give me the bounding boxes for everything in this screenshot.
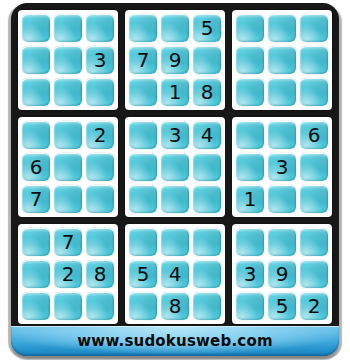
cell-r5c6[interactable] bbox=[193, 153, 221, 181]
cell-r4c8[interactable] bbox=[268, 121, 296, 149]
box-3 bbox=[232, 10, 332, 110]
sudoku-board: 357918267346317285483952 www.sudokusweb.… bbox=[11, 3, 339, 356]
cell-r2c3[interactable]: 3 bbox=[86, 46, 114, 74]
box-5: 34 bbox=[125, 117, 225, 217]
cell-r3c4[interactable] bbox=[129, 78, 157, 106]
box-2: 57918 bbox=[125, 10, 225, 110]
cell-r3c9[interactable] bbox=[300, 78, 328, 106]
cell-r9c2[interactable] bbox=[54, 292, 82, 320]
cell-r4c2[interactable] bbox=[54, 121, 82, 149]
cell-r3c3[interactable] bbox=[86, 78, 114, 106]
cell-r5c5[interactable] bbox=[161, 153, 189, 181]
cell-r8c4[interactable]: 5 bbox=[129, 260, 157, 288]
cell-r7c2[interactable]: 7 bbox=[54, 228, 82, 256]
cell-r3c2[interactable] bbox=[54, 78, 82, 106]
cell-r3c1[interactable] bbox=[22, 78, 50, 106]
cell-r4c6[interactable]: 4 bbox=[193, 121, 221, 149]
cell-r1c3[interactable] bbox=[86, 14, 114, 42]
cell-r5c8[interactable]: 3 bbox=[268, 153, 296, 181]
cell-r2c4[interactable]: 7 bbox=[129, 46, 157, 74]
cell-r1c6[interactable]: 5 bbox=[193, 14, 221, 42]
cell-r6c9[interactable] bbox=[300, 185, 328, 213]
cell-r7c4[interactable] bbox=[129, 228, 157, 256]
cell-r1c4[interactable] bbox=[129, 14, 157, 42]
cell-r1c5[interactable] bbox=[161, 14, 189, 42]
cell-r5c7[interactable] bbox=[236, 153, 264, 181]
cell-r1c1[interactable] bbox=[22, 14, 50, 42]
cell-r8c3[interactable]: 8 bbox=[86, 260, 114, 288]
cell-r4c7[interactable] bbox=[236, 121, 264, 149]
cell-r2c7[interactable] bbox=[236, 46, 264, 74]
box-4: 267 bbox=[18, 117, 118, 217]
cell-r6c1[interactable]: 7 bbox=[22, 185, 50, 213]
cell-r6c5[interactable] bbox=[161, 185, 189, 213]
cell-r9c7[interactable] bbox=[236, 292, 264, 320]
box-7: 728 bbox=[18, 224, 118, 324]
website-link[interactable]: www.sudokusweb.com bbox=[77, 332, 272, 350]
cell-r2c8[interactable] bbox=[268, 46, 296, 74]
cell-r1c2[interactable] bbox=[54, 14, 82, 42]
cell-r7c6[interactable] bbox=[193, 228, 221, 256]
sudoku-grid: 357918267346317285483952 bbox=[18, 10, 332, 324]
cell-r7c1[interactable] bbox=[22, 228, 50, 256]
box-1: 3 bbox=[18, 10, 118, 110]
cell-r8c7[interactable]: 3 bbox=[236, 260, 264, 288]
cell-r9c1[interactable] bbox=[22, 292, 50, 320]
cell-r8c9[interactable] bbox=[300, 260, 328, 288]
cell-r1c8[interactable] bbox=[268, 14, 296, 42]
cell-r7c5[interactable] bbox=[161, 228, 189, 256]
cell-r7c8[interactable] bbox=[268, 228, 296, 256]
cell-r9c5[interactable]: 8 bbox=[161, 292, 189, 320]
cell-r6c4[interactable] bbox=[129, 185, 157, 213]
cell-r6c2[interactable] bbox=[54, 185, 82, 213]
cell-r4c5[interactable]: 3 bbox=[161, 121, 189, 149]
cell-r6c3[interactable] bbox=[86, 185, 114, 213]
cell-r5c1[interactable]: 6 bbox=[22, 153, 50, 181]
cell-r2c9[interactable] bbox=[300, 46, 328, 74]
cell-r2c2[interactable] bbox=[54, 46, 82, 74]
cell-r7c9[interactable] bbox=[300, 228, 328, 256]
cell-r9c6[interactable] bbox=[193, 292, 221, 320]
footer-banner: www.sudokusweb.com bbox=[11, 326, 339, 356]
cell-r9c4[interactable] bbox=[129, 292, 157, 320]
cell-r4c3[interactable]: 2 bbox=[86, 121, 114, 149]
cell-r1c7[interactable] bbox=[236, 14, 264, 42]
box-9: 3952 bbox=[232, 224, 332, 324]
cell-r4c1[interactable] bbox=[22, 121, 50, 149]
box-8: 548 bbox=[125, 224, 225, 324]
cell-r2c1[interactable] bbox=[22, 46, 50, 74]
cell-r8c5[interactable]: 4 bbox=[161, 260, 189, 288]
cell-r9c9[interactable]: 2 bbox=[300, 292, 328, 320]
cell-r9c8[interactable]: 5 bbox=[268, 292, 296, 320]
cell-r2c6[interactable] bbox=[193, 46, 221, 74]
cell-r1c9[interactable] bbox=[300, 14, 328, 42]
cell-r5c4[interactable] bbox=[129, 153, 157, 181]
cell-r4c4[interactable] bbox=[129, 121, 157, 149]
cell-r6c7[interactable]: 1 bbox=[236, 185, 264, 213]
cell-r3c8[interactable] bbox=[268, 78, 296, 106]
cell-r4c9[interactable]: 6 bbox=[300, 121, 328, 149]
cell-r6c8[interactable] bbox=[268, 185, 296, 213]
cell-r8c8[interactable]: 9 bbox=[268, 260, 296, 288]
cell-r3c7[interactable] bbox=[236, 78, 264, 106]
cell-r8c1[interactable] bbox=[22, 260, 50, 288]
cell-r3c5[interactable]: 1 bbox=[161, 78, 189, 106]
cell-r8c2[interactable]: 2 bbox=[54, 260, 82, 288]
cell-r9c3[interactable] bbox=[86, 292, 114, 320]
cell-r6c6[interactable] bbox=[193, 185, 221, 213]
cell-r5c3[interactable] bbox=[86, 153, 114, 181]
cell-r7c7[interactable] bbox=[236, 228, 264, 256]
cell-r5c9[interactable] bbox=[300, 153, 328, 181]
cell-r7c3[interactable] bbox=[86, 228, 114, 256]
cell-r5c2[interactable] bbox=[54, 153, 82, 181]
cell-r2c5[interactable]: 9 bbox=[161, 46, 189, 74]
cell-r8c6[interactable] bbox=[193, 260, 221, 288]
box-6: 631 bbox=[232, 117, 332, 217]
cell-r3c6[interactable]: 8 bbox=[193, 78, 221, 106]
